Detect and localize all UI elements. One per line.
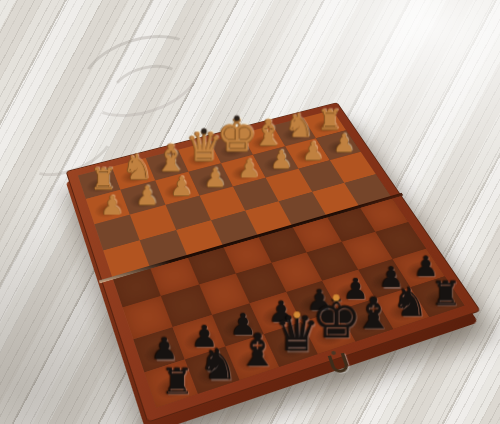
piece-white-pawn: ♟ — [135, 183, 159, 208]
piece-white-pawn: ♟ — [333, 131, 355, 154]
piece-white-pawn: ♟ — [270, 148, 293, 172]
piece-white-pawn: ♟ — [237, 156, 260, 180]
chessboard-area: ♜♞♝♛♚♝♞♜♟♟♟♟♟♟♟♟♟♟♟♟♟♟♟♟♜♞♝♛♚♝♞♜ — [0, 0, 500, 424]
piece-black-rook: ♜ — [431, 278, 461, 310]
piece-black-queen: ♛ — [275, 310, 321, 358]
piece-black-knight: ♞ — [199, 344, 237, 385]
white-king-finial — [234, 115, 240, 121]
piece-white-pawn: ♟ — [204, 165, 227, 189]
piece-white-knight: ♞ — [122, 151, 153, 184]
square-r8c1: ♜ — [144, 359, 198, 408]
black-queen-finial — [294, 312, 301, 319]
piece-white-bishop: ♝ — [154, 140, 188, 176]
piece-white-pawn: ♟ — [170, 174, 193, 199]
piece-white-pawn: ♟ — [302, 139, 324, 163]
photo-scene: ♜♞♝♛♚♝♞♜♟♟♟♟♟♟♟♟♟♟♟♟♟♟♟♟♜♞♝♛♚♝♞♜ — [0, 0, 500, 424]
white-queen-finial — [202, 128, 208, 134]
piece-white-queen: ♛ — [186, 127, 223, 167]
piece-white-pawn: ♟ — [100, 193, 124, 218]
piece-black-bishop: ♝ — [238, 328, 279, 371]
piece-black-knight: ♞ — [392, 283, 428, 321]
black-king-finial — [333, 294, 340, 301]
piece-black-rook: ♜ — [160, 364, 193, 399]
board-squares: ♜♞♝♛♚♝♞♜♟♟♟♟♟♟♟♟♟♟♟♟♟♟♟♟♜♞♝♛♚♝♞♜ — [78, 110, 465, 408]
